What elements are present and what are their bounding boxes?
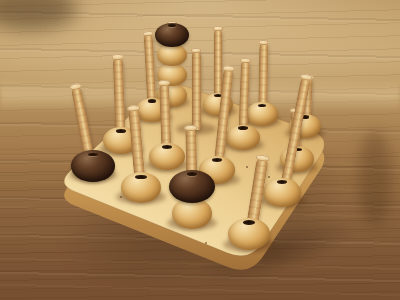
peg-top-endgrain [184, 125, 197, 131]
peg-hole [258, 104, 267, 107]
peg-top-endgrain [112, 54, 124, 60]
peg-top-endgrain [142, 31, 153, 36]
peg-hole [212, 158, 222, 162]
peg-top-endgrain [213, 26, 223, 31]
bead-light [226, 125, 260, 151]
bead-dark [155, 23, 189, 48]
peg-grid [0, 0, 400, 300]
peg-top-endgrain [258, 40, 268, 45]
peg-hole [238, 126, 247, 130]
peg-hole [187, 172, 197, 176]
photo-scene [0, 0, 400, 300]
peg-hole [116, 129, 126, 133]
peg-hole [148, 99, 157, 102]
peg-top-endgrain [158, 80, 170, 86]
peg-top-endgrain [256, 154, 270, 163]
peg-top-endgrain [240, 57, 251, 63]
peg-r2c2[interactable] [192, 50, 201, 130]
peg-hole [135, 175, 146, 179]
bead-light [172, 198, 212, 228]
board-speck [268, 176, 270, 178]
peg-top-endgrain [191, 48, 202, 53]
peg-hole [277, 180, 288, 184]
peg-hole [162, 145, 172, 149]
peg-hole [88, 153, 98, 156]
peg-top-endgrain [126, 105, 139, 112]
peg-top-endgrain [69, 83, 82, 91]
bead-light [121, 172, 161, 202]
bead-dark [169, 170, 215, 203]
peg-top-endgrain [222, 65, 234, 72]
bead-light [246, 102, 277, 126]
peg-hole [243, 220, 255, 224]
bead-light [228, 218, 270, 250]
bead-light [157, 44, 187, 66]
bead-light [263, 178, 301, 207]
board-speck [246, 166, 248, 168]
board-speck [205, 242, 207, 244]
peg-hole [168, 24, 175, 27]
bead-dark [71, 150, 115, 181]
